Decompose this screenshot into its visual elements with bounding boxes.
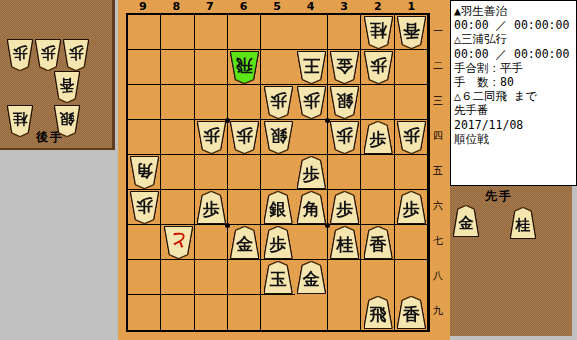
piece-body: 歩	[198, 122, 225, 153]
piece-body: 歩	[36, 40, 60, 70]
piece-glyph: 銀	[270, 127, 287, 144]
piece-pawn-64-gote[interactable]: 歩	[231, 122, 258, 153]
piece-glyph: 金	[336, 57, 353, 74]
event-name: 順位戦	[454, 132, 573, 146]
sente-captured-tray: 先手 金桂	[450, 186, 572, 336]
shogi-board-panel: 987654321 桂香飛王金歩歩歩銀歩歩銀歩歩歩角歩歩歩銀角歩歩と金歩桂香玉金…	[118, 0, 450, 340]
piece-body: 歩	[365, 122, 392, 153]
piece-body: 香	[398, 297, 425, 328]
piece-glyph: 玉	[270, 271, 287, 288]
piece-glyph: 飛	[236, 57, 253, 74]
square-39[interactable]	[328, 295, 361, 330]
piece-body: 桂	[8, 106, 32, 136]
piece-glyph: 歩	[403, 127, 420, 144]
piece-glyph: 桂	[370, 22, 387, 39]
hand-gote-lance-4[interactable]: 香	[55, 72, 79, 102]
sente-clock: 00:00 ／ 00:00:00	[454, 18, 573, 32]
file-label-4: 4	[294, 0, 328, 13]
square-72[interactable]	[195, 50, 228, 85]
square-88[interactable]	[161, 260, 194, 295]
piece-gold-48-sente[interactable]: 金	[298, 262, 325, 293]
piece-body: 銀	[265, 192, 292, 223]
piece-body: 角	[131, 157, 158, 188]
piece-body: 歩	[8, 40, 32, 70]
hoshi-dot	[225, 118, 230, 123]
hand-sente-knight-2[interactable]: 桂	[511, 208, 535, 238]
piece-lance-11-gote[interactable]: 香	[398, 17, 425, 48]
square-13[interactable]	[395, 85, 428, 120]
square-85[interactable]	[161, 155, 194, 190]
piece-pawn-43-gote[interactable]: 歩	[298, 87, 325, 118]
file-label-1: 1	[395, 0, 429, 13]
piece-body: 歩	[265, 227, 292, 258]
square-79[interactable]	[195, 295, 228, 330]
piece-glyph: 王	[303, 57, 320, 74]
piece-glyph: 金	[236, 236, 253, 253]
square-73[interactable]	[195, 85, 228, 120]
square-89[interactable]	[161, 295, 194, 330]
file-label-8: 8	[160, 0, 194, 13]
piece-glyph: 銀	[336, 92, 353, 109]
piece-pawn-22-gote[interactable]: 歩	[365, 52, 392, 83]
game-date: 2017/11/08	[454, 118, 573, 132]
square-25[interactable]	[361, 155, 394, 190]
piece-glyph: 歩	[336, 201, 353, 218]
piece-glyph: 歩	[270, 92, 287, 109]
square-77[interactable]	[195, 225, 228, 260]
piece-glyph: 歩	[69, 46, 84, 61]
piece-glyph: 飛	[370, 306, 387, 323]
piece-king-58-sente[interactable]: 玉	[265, 262, 292, 293]
square-68[interactable]	[228, 260, 261, 295]
square-61[interactable]	[228, 15, 261, 50]
hoshi-dot	[325, 223, 330, 228]
piece-silver-54-gote[interactable]: 銀	[265, 122, 292, 153]
piece-glyph: 香	[370, 236, 387, 253]
square-55[interactable]	[261, 155, 294, 190]
piece-body: 歩	[298, 87, 325, 118]
square-12[interactable]	[395, 50, 428, 85]
piece-body: 飛	[231, 52, 258, 83]
square-41[interactable]	[295, 15, 328, 50]
piece-body: 歩	[365, 52, 392, 83]
piece-body: と	[165, 227, 192, 258]
piece-body: 桂	[331, 227, 358, 258]
piece-glyph: 歩	[136, 197, 153, 214]
square-66[interactable]	[228, 190, 261, 225]
piece-glyph: 銀	[60, 112, 75, 127]
piece-tokin-87-gote[interactable]: と	[165, 227, 192, 258]
square-26[interactable]	[361, 190, 394, 225]
hoshi-dot	[225, 223, 230, 228]
piece-body: 歩	[198, 192, 225, 223]
piece-glyph: 歩	[236, 127, 253, 144]
piece-pawn-53-gote[interactable]: 歩	[265, 87, 292, 118]
square-49[interactable]	[295, 295, 328, 330]
square-71[interactable]	[195, 15, 228, 50]
piece-glyph: 角	[136, 162, 153, 179]
square-97[interactable]	[128, 225, 161, 260]
piece-pawn-24-sente[interactable]: 歩	[365, 122, 392, 153]
piece-glyph: 歩	[203, 127, 220, 144]
piece-glyph: 銀	[270, 201, 287, 218]
piece-body: 桂	[511, 208, 535, 238]
piece-gold-32-gote[interactable]: 金	[331, 52, 358, 83]
rank-label-2: 二	[430, 48, 450, 83]
square-18[interactable]	[395, 260, 428, 295]
piece-glyph: 歩	[370, 57, 387, 74]
piece-body: 銀	[265, 122, 292, 153]
piece-rook-62-gote[interactable]: 飛	[231, 52, 258, 83]
file-label-9: 9	[126, 0, 160, 13]
piece-glyph: 角	[303, 201, 320, 218]
piece-glyph: 歩	[270, 236, 287, 253]
file-label-7: 7	[193, 0, 227, 13]
piece-body: 歩	[265, 87, 292, 118]
piece-body: 銀	[331, 87, 358, 118]
piece-glyph: 桂	[336, 236, 353, 253]
piece-knight-21-gote[interactable]: 桂	[365, 17, 392, 48]
file-label-3: 3	[327, 0, 361, 13]
kifu-app-window: 後手 歩歩歩香桂銀 987654321 桂香飛王金歩歩歩銀歩歩銀歩歩歩角歩歩歩銀…	[0, 0, 577, 340]
piece-glyph: 歩	[303, 166, 320, 183]
piece-lance-19-sente[interactable]: 香	[398, 297, 425, 328]
square-44[interactable]	[295, 120, 328, 155]
rank-label-9: 九	[430, 293, 450, 328]
piece-glyph: 歩	[336, 127, 353, 144]
hand-gote-knight-5[interactable]: 桂	[8, 106, 32, 136]
piece-gold-67-sente[interactable]: 金	[231, 227, 258, 258]
square-63[interactable]	[228, 85, 261, 120]
file-label-6: 6	[227, 0, 261, 13]
piece-rook-29-sente[interactable]: 飛	[365, 297, 392, 328]
turn-indicator: 先手番	[454, 103, 573, 117]
piece-body: 桂	[365, 17, 392, 48]
rank-label-1: 一	[430, 13, 450, 48]
piece-glyph: 金	[303, 271, 320, 288]
piece-glyph: 香	[403, 306, 420, 323]
piece-king-42-gote[interactable]: 王	[298, 52, 325, 83]
player-sente-name: ▲羽生善治	[454, 4, 573, 18]
piece-body: 歩	[298, 157, 325, 188]
square-82[interactable]	[161, 50, 194, 85]
move-count-label: 手 数：80	[454, 75, 573, 89]
piece-glyph: と	[169, 232, 186, 249]
piece-bishop-46-sente[interactable]: 角	[298, 192, 325, 223]
piece-pawn-36-sente[interactable]: 歩	[331, 192, 358, 223]
sente-tray-label: 先手	[485, 188, 513, 205]
piece-body: 玉	[265, 262, 292, 293]
info-panel: ▲羽生善治 00:00 ／ 00:00:00 △三浦弘行 00:00 ／ 00:…	[450, 0, 577, 186]
hand-gote-pawn-3[interactable]: 歩	[64, 40, 88, 70]
rank-label-7: 七	[430, 223, 450, 258]
piece-glyph: 歩	[203, 201, 220, 218]
square-84[interactable]	[161, 120, 194, 155]
piece-body: 飛	[365, 297, 392, 328]
file-label-2: 2	[361, 0, 395, 13]
piece-glyph: 歩	[41, 46, 56, 61]
square-15[interactable]	[395, 155, 428, 190]
gote-captured-tray: 後手 歩歩歩香桂銀	[0, 0, 115, 150]
piece-glyph: 桂	[516, 218, 531, 233]
piece-body: 金	[231, 227, 258, 258]
piece-body: 金	[298, 262, 325, 293]
square-38[interactable]	[328, 260, 361, 295]
square-83[interactable]	[161, 85, 194, 120]
square-35[interactable]	[328, 155, 361, 190]
shogi-board: 桂香飛王金歩歩歩銀歩歩銀歩歩歩角歩歩歩銀角歩歩と金歩桂香玉金飛香	[126, 13, 430, 332]
hand-sente-gold-1[interactable]: 金	[454, 206, 478, 236]
piece-glyph: 金	[459, 216, 474, 231]
square-94[interactable]	[128, 120, 161, 155]
piece-body: 歩	[398, 192, 425, 223]
square-47[interactable]	[295, 225, 328, 260]
rank-label-5: 五	[430, 153, 450, 188]
piece-silver-56-sente[interactable]: 銀	[265, 192, 292, 223]
rank-label-6: 六	[430, 188, 450, 223]
piece-body: 香	[55, 72, 79, 102]
piece-glyph: 歩	[370, 131, 387, 148]
square-86[interactable]	[161, 190, 194, 225]
piece-body: 香	[365, 227, 392, 258]
piece-body: 歩	[331, 122, 358, 153]
piece-pawn-45-sente[interactable]: 歩	[298, 157, 325, 188]
square-59[interactable]	[261, 295, 294, 330]
piece-knight-37-sente[interactable]: 桂	[331, 227, 358, 258]
square-99[interactable]	[128, 295, 161, 330]
piece-glyph: 歩	[403, 201, 420, 218]
piece-glyph: 歩	[303, 92, 320, 109]
square-91[interactable]	[128, 15, 161, 50]
square-65[interactable]	[228, 155, 261, 190]
square-78[interactable]	[195, 260, 228, 295]
piece-body: 王	[298, 52, 325, 83]
rank-label-8: 八	[430, 258, 450, 293]
piece-body: 香	[398, 17, 425, 48]
square-51[interactable]	[261, 15, 294, 50]
piece-lance-27-sente[interactable]: 香	[365, 227, 392, 258]
piece-body: 歩	[231, 122, 258, 153]
piece-body: 金	[454, 206, 478, 236]
square-17[interactable]	[395, 225, 428, 260]
piece-body: 歩	[64, 40, 88, 70]
square-92[interactable]	[128, 50, 161, 85]
rank-label-4: 四	[430, 118, 450, 153]
file-labels: 987654321	[126, 0, 428, 13]
piece-pawn-57-sente[interactable]: 歩	[265, 227, 292, 258]
piece-pawn-16-sente[interactable]: 歩	[398, 192, 425, 223]
piece-pawn-76-sente[interactable]: 歩	[198, 192, 225, 223]
piece-pawn-74-gote[interactable]: 歩	[198, 122, 225, 153]
square-52[interactable]	[261, 50, 294, 85]
hand-gote-pawn-2[interactable]: 歩	[36, 40, 60, 70]
piece-glyph: 香	[60, 78, 75, 93]
piece-body: 銀	[55, 106, 79, 136]
piece-glyph: 桂	[13, 112, 28, 127]
piece-pawn-34-gote[interactable]: 歩	[331, 122, 358, 153]
piece-body: 歩	[331, 192, 358, 223]
square-31[interactable]	[328, 15, 361, 50]
rank-label-3: 三	[430, 83, 450, 118]
square-69[interactable]	[228, 295, 261, 330]
square-93[interactable]	[128, 85, 161, 120]
piece-pawn-96-gote[interactable]: 歩	[131, 192, 158, 223]
handicap-label: 手合割：平手	[454, 61, 573, 75]
piece-silver-33-gote[interactable]: 銀	[331, 87, 358, 118]
piece-pawn-14-gote[interactable]: 歩	[398, 122, 425, 153]
hand-gote-silver-6[interactable]: 銀	[55, 106, 79, 136]
hand-gote-pawn-1[interactable]: 歩	[8, 40, 32, 70]
rank-labels: 一二三四五六七八九	[430, 13, 450, 328]
square-23[interactable]	[361, 85, 394, 120]
gote-clock: 00:00 ／ 00:00:00	[454, 47, 573, 61]
last-move-label: △６二同飛 まで	[454, 89, 573, 103]
square-81[interactable]	[161, 15, 194, 50]
square-75[interactable]	[195, 155, 228, 190]
piece-body: 歩	[398, 122, 425, 153]
piece-body: 歩	[131, 192, 158, 223]
square-28[interactable]	[361, 260, 394, 295]
piece-glyph: 香	[403, 22, 420, 39]
piece-glyph: 歩	[13, 46, 28, 61]
piece-bishop-95-gote[interactable]: 角	[131, 157, 158, 188]
hoshi-dot	[325, 118, 330, 123]
square-98[interactable]	[128, 260, 161, 295]
piece-body: 金	[331, 52, 358, 83]
file-label-5: 5	[260, 0, 294, 13]
piece-body: 角	[298, 192, 325, 223]
player-gote-name: △三浦弘行	[454, 32, 573, 46]
